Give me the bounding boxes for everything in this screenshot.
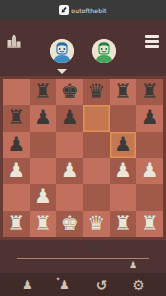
white-rook[interactable]: ♜ [7,213,25,233]
white-rook[interactable]: ♜ [34,213,52,233]
avatar-player-green[interactable] [92,39,116,63]
square-f5[interactable]: ♟ [136,105,163,131]
captured-by-black-tray: ♟ [129,261,137,270]
square-b2[interactable]: ♟ [30,184,57,210]
black-pawn[interactable]: ♟ [61,107,79,127]
square-f2[interactable] [136,184,163,210]
square-d6[interactable]: ♛ [83,79,110,105]
square-b3[interactable] [30,158,57,184]
black-king[interactable]: ♚ [61,81,79,101]
header [0,20,166,76]
square-d5[interactable] [83,105,110,131]
square-e1[interactable]: ♜ [110,211,137,237]
square-e6[interactable]: ♜ [110,79,137,105]
square-d3[interactable] [83,158,110,184]
undo-icon[interactable]: ↺ [92,275,112,295]
pawn-glyph: ♟ [59,278,70,292]
white-rook[interactable]: ♜ [114,213,132,233]
square-a6[interactable] [3,79,30,105]
square-b4[interactable] [30,132,57,158]
square-f6[interactable]: ♜ [136,79,163,105]
white-pawn[interactable]: ♟ [114,160,132,180]
white-pawn[interactable]: ♟ [61,160,79,180]
square-c6[interactable]: ♚ [56,79,83,105]
square-b6[interactable]: ♜ [30,79,57,105]
black-rook[interactable]: ♜ [7,107,25,127]
status-bar: outofthebit [0,0,166,20]
white-king[interactable]: ♚ [61,213,79,233]
app-screen: outofthebit [0,0,166,296]
square-c3[interactable]: ♟ [56,158,83,184]
black-rook[interactable]: ♜ [114,81,132,101]
square-d1[interactable]: ♛ [83,211,110,237]
white-rook[interactable]: ♜ [141,213,159,233]
avatar-player-blue[interactable] [50,39,74,63]
square-c5[interactable]: ♟ [56,105,83,131]
square-d2[interactable] [83,184,110,210]
sparkle-badge: ✦ [56,275,61,282]
square-d4[interactable] [83,132,110,158]
pawn-icon[interactable]: ♟ [18,275,38,295]
avatars-row [0,39,166,63]
square-e2[interactable] [110,184,137,210]
white-queen[interactable]: ♛ [87,213,105,233]
square-f3[interactable]: ♟ [136,158,163,184]
square-b5[interactable]: ♟ [30,105,57,131]
board: ♜♚♛♜♜♜♟♟♟♟♟♟♟♟♟♟♜♜♚♛♜♜ [0,76,166,240]
square-a3[interactable]: ♟ [3,158,30,184]
turn-indicator-triangle [57,69,67,74]
captured-trays: ♟ ♟ [0,240,166,273]
square-c4[interactable] [56,132,83,158]
black-queen[interactable]: ♛ [87,81,105,101]
white-pawn[interactable]: ♟ [7,160,25,180]
square-e5[interactable] [110,105,137,131]
tray-divider [17,258,149,259]
white-pawn[interactable]: ♟ [141,160,159,180]
square-a1[interactable]: ♜ [3,211,30,237]
square-a4[interactable]: ♟ [3,132,30,158]
black-pawn[interactable]: ♟ [7,134,25,154]
captured-by-white-tray: ♟ [91,244,99,253]
black-pawn[interactable]: ♟ [141,107,159,127]
square-f1[interactable]: ♜ [136,211,163,237]
black-rook[interactable]: ♜ [141,81,159,101]
square-b1[interactable]: ♜ [30,211,57,237]
bottom-toolbar: ♟ ♟ ✦ ↺ ⚙ [0,273,166,296]
square-c1[interactable]: ♚ [56,211,83,237]
square-e4[interactable]: ♟ [110,132,137,158]
square-e3[interactable]: ♟ [110,158,137,184]
square-c2[interactable] [56,184,83,210]
pawn-sparkle-icon[interactable]: ♟ ✦ [55,275,75,295]
gear-icon[interactable]: ⚙ [129,275,149,295]
white-pawn[interactable]: ♟ [34,186,52,206]
outofthebit-logo-icon[interactable] [59,5,69,15]
black-rook[interactable]: ♜ [34,81,52,101]
square-a2[interactable] [3,184,30,210]
square-a5[interactable]: ♜ [3,105,30,131]
hamburger-menu-icon[interactable] [145,35,159,48]
square-f4[interactable] [136,132,163,158]
black-pawn[interactable]: ♟ [34,107,52,127]
black-pawn[interactable]: ♟ [114,134,132,154]
brand-text: outofthebit [71,7,106,14]
